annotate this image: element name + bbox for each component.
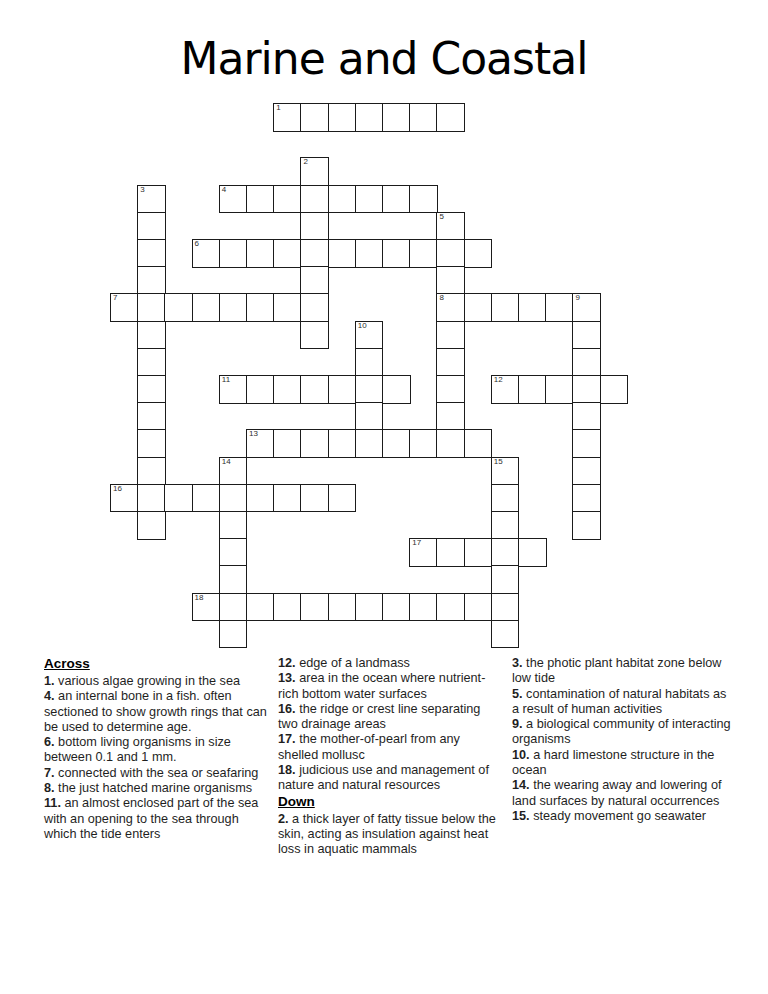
grid-cell[interactable] [137,402,166,431]
grid-cell[interactable]: 2 [300,157,329,186]
clue-number-label: 10 [358,321,367,331]
clue-item-number: 18. [278,763,299,777]
grid-cell[interactable] [491,565,520,594]
grid-cell[interactable] [436,239,465,268]
clue-item-number: 17. [278,732,299,746]
clue-number-label: 1 [276,103,280,113]
grid-cell[interactable] [464,429,493,458]
clue-number-label: 9 [575,293,579,303]
grid-cell[interactable]: 6 [192,239,221,268]
grid-cell[interactable] [273,429,302,458]
grid-cell[interactable] [382,593,411,622]
grid-cell[interactable] [300,266,329,295]
clue-number-label: 11 [222,375,230,385]
grid-cell[interactable] [409,185,438,214]
grid-cell[interactable] [409,429,438,458]
grid-cell[interactable] [137,429,166,458]
grid-cell[interactable] [572,375,601,404]
grid-cell[interactable]: 5 [436,212,465,241]
clue-item-number: 16. [278,702,299,716]
clue-number-label: 16 [113,484,122,494]
clue-item: 1. various algae growing in the sea [44,674,268,689]
grid-cell[interactable] [518,293,547,322]
grid-cell[interactable] [192,293,221,322]
clue-item-number: 11. [44,796,64,810]
clue-number-label: 13 [249,429,258,439]
grid-cell[interactable] [382,239,411,268]
clue-list-header: Across [44,656,268,671]
clue-number-label: 4 [222,185,226,195]
clue-number-label: 6 [195,239,199,249]
grid-cell[interactable] [300,103,329,132]
grid-cell[interactable] [300,429,329,458]
grid-cell[interactable] [328,593,357,622]
grid-cell[interactable] [464,538,493,567]
grid-cell[interactable] [491,620,520,649]
clue-item: 5. contamination of natural habitats as … [512,687,736,718]
grid-cell[interactable] [355,593,384,622]
grid-cell[interactable] [219,239,248,268]
grid-cell[interactable] [436,321,465,350]
grid-cell[interactable]: 8 [436,293,465,322]
grid-cell[interactable]: 1 [273,103,302,132]
grid-cell[interactable] [409,593,438,622]
clue-number-label: 8 [439,293,443,303]
clue-item: 14. the wearing away and lowering of lan… [512,778,736,809]
grid-cell[interactable] [219,293,248,322]
grid-cell[interactable] [137,348,166,377]
grid-cell[interactable]: 15 [491,457,520,486]
clue-item: 4. an internal bone in a fish. often sec… [44,689,268,735]
grid-cell[interactable] [246,293,275,322]
clue-list-header: Down [278,794,502,809]
grid-cell[interactable] [436,103,465,132]
grid-cell[interactable] [137,375,166,404]
grid-cell[interactable] [328,103,357,132]
grid-cell[interactable] [436,348,465,377]
clue-item-number: 9. [512,717,526,731]
clue-item: 6. bottom living organisms in size betwe… [44,735,268,766]
grid-cell[interactable] [273,293,302,322]
grid-cell[interactable] [382,375,411,404]
grid-cell[interactable] [572,511,601,540]
grid-cell[interactable] [300,375,329,404]
grid-cell[interactable] [246,185,275,214]
grid-cell[interactable] [409,239,438,268]
grid-cell[interactable] [572,429,601,458]
clue-number-label: 2 [303,157,307,167]
clue-item-number: 4. [44,689,58,703]
clue-item: 12. edge of a landmass [278,656,502,671]
grid-cell[interactable] [572,348,601,377]
grid-cell[interactable] [328,239,357,268]
grid-cell[interactable] [436,375,465,404]
grid-cell[interactable] [545,293,574,322]
grid-cell[interactable] [436,402,465,431]
grid-cell[interactable] [300,239,329,268]
grid-cell[interactable] [491,511,520,540]
grid-cell[interactable] [273,185,302,214]
grid-cell[interactable] [137,511,166,540]
grid-cell[interactable] [355,185,384,214]
grid-cell[interactable] [572,321,601,350]
grid-cell[interactable] [137,239,166,268]
grid-cell[interactable] [355,239,384,268]
grid-cell[interactable] [137,457,166,486]
grid-cell[interactable]: 17 [409,538,438,567]
grid-cell[interactable] [164,293,193,322]
clue-item: 13. area in the ocean where nutrient-ric… [278,671,502,702]
clue-item: 17. the mother-of-pearl from any shelled… [278,732,502,763]
grid-cell[interactable]: 3 [137,185,166,214]
grid-cell[interactable] [464,293,493,322]
grid-cell[interactable] [328,185,357,214]
grid-cell[interactable] [273,239,302,268]
grid-cell[interactable]: 10 [355,321,384,350]
grid-cell[interactable] [572,402,601,431]
grid-cell[interactable] [572,484,601,513]
grid-cell[interactable] [518,375,547,404]
clue-item: 11. an almost enclosed part of the sea w… [44,796,268,842]
grid-cell[interactable]: 12 [491,375,520,404]
clue-item-number: 6. [44,735,58,749]
clue-number-label: 12 [494,375,503,385]
grid-cell[interactable] [300,593,329,622]
grid-cell[interactable] [518,538,547,567]
grid-cell[interactable] [355,375,384,404]
grid-cell[interactable] [328,429,357,458]
grid-cell[interactable] [491,484,520,513]
grid-cell[interactable] [219,593,248,622]
clue-item-number: 3. [512,656,526,670]
clue-item-number: 7. [44,766,58,780]
grid-cell[interactable] [545,375,574,404]
grid-cell[interactable] [436,266,465,295]
grid-cell[interactable] [137,266,166,295]
grid-cell[interactable] [328,484,357,513]
grid-cell[interactable] [409,103,438,132]
grid-cell[interactable] [464,239,493,268]
grid-cell[interactable] [491,593,520,622]
grid-cell[interactable] [219,620,248,649]
grid-cell[interactable] [382,185,411,214]
grid-cell[interactable] [273,484,302,513]
grid-cell[interactable] [219,511,248,540]
grid-cell[interactable] [355,103,384,132]
grid-cell[interactable] [164,484,193,513]
grid-cell[interactable]: 7 [110,293,139,322]
clue-item: 15. steady movement go seawater [512,809,736,824]
grid-cell[interactable]: 11 [219,375,248,404]
grid-cell[interactable] [328,375,357,404]
clue-item: 16. the ridge or crest line separating t… [278,702,502,733]
grid-cell[interactable] [246,484,275,513]
grid-cell[interactable] [491,538,520,567]
clue-number-label: 17 [412,538,421,548]
grid-cell[interactable] [246,375,275,404]
grid-cell[interactable] [219,538,248,567]
clue-item-number: 13. [278,671,299,685]
grid-cell[interactable] [300,321,329,350]
grid-cell[interactable] [600,375,629,404]
clue-item-number: 5. [512,687,526,701]
grid-cell[interactable] [436,538,465,567]
grid-cell[interactable] [436,429,465,458]
puzzle-title: Marine and Coastal [0,33,768,84]
grid-cell[interactable]: 4 [219,185,248,214]
grid-cell[interactable] [219,565,248,594]
grid-cell[interactable] [491,293,520,322]
clue-number-label: 3 [140,185,144,195]
grid-cell[interactable]: 9 [572,293,601,322]
grid-cell[interactable] [137,321,166,350]
clues-section: Across1. various algae growing in the se… [44,656,736,858]
clue-item-number: 14. [512,778,533,792]
clue-item: 9. a biological community of interacting… [512,717,736,748]
grid-cell[interactable] [300,484,329,513]
grid-cell[interactable]: 13 [246,429,275,458]
clue-item: 10. a hard limestone structure in the oc… [512,748,736,779]
grid-cell[interactable] [137,293,166,322]
grid-cell[interactable] [246,239,275,268]
grid-cell[interactable] [273,375,302,404]
clue-number-label: 7 [113,293,117,303]
grid-cell[interactable] [300,185,329,214]
grid-cell[interactable] [464,593,493,622]
clue-number-label: 5 [439,212,443,222]
grid-cell[interactable] [355,348,384,377]
grid-cell[interactable] [273,593,302,622]
grid-cell[interactable] [137,212,166,241]
clues-column-1: Across1. various algae growing in the se… [44,656,268,858]
clue-item-number: 2. [278,812,292,826]
grid-cell[interactable] [382,103,411,132]
grid-cell[interactable]: 18 [192,593,221,622]
clue-number-label: 14 [222,457,231,467]
grid-cell[interactable] [300,293,329,322]
clue-item-number: 10. [512,748,533,762]
clue-item: 3. the photic plant habitat zone below l… [512,656,736,687]
grid-cell[interactable] [137,484,166,513]
grid-cell[interactable] [355,402,384,431]
grid-cell[interactable] [300,212,329,241]
clue-number-label: 18 [195,593,204,603]
grid-cell[interactable] [572,457,601,486]
clue-item-number: 15. [512,809,533,823]
grid-cell[interactable] [355,429,384,458]
grid-cell[interactable] [192,484,221,513]
grid-cell[interactable] [246,593,275,622]
clue-item: 2. a thick layer of fatty tissue below t… [278,812,502,858]
crossword-grid: 123456789101112131415161718 [110,103,630,649]
clue-item-number: 12. [278,656,299,670]
clue-item-number: 8. [44,781,58,795]
clue-item: 8. the just hatched marine organisms [44,781,268,796]
clue-item: 7. connected with the sea or seafaring [44,766,268,781]
clue-number-label: 15 [494,457,503,467]
grid-cell[interactable]: 16 [110,484,139,513]
clues-column-3: 3. the photic plant habitat zone below l… [512,656,736,858]
grid-cell[interactable] [382,429,411,458]
clue-item-number: 1. [44,674,58,688]
grid-cell[interactable]: 14 [219,457,248,486]
grid-cell[interactable] [436,593,465,622]
grid-cell[interactable] [219,484,248,513]
crossword-page: Marine and Coastal 123456789101112131415… [0,0,768,994]
clues-column-2: 12. edge of a landmass13. area in the oc… [278,656,502,858]
clue-item: 18. judicious use and management of natu… [278,763,502,794]
